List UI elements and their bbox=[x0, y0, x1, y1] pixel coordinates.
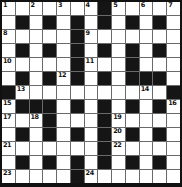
white-cell[interactable] bbox=[2, 72, 15, 85]
white-cell[interactable] bbox=[167, 114, 180, 127]
black-cell bbox=[98, 142, 111, 155]
black-cell bbox=[98, 114, 111, 127]
white-cell[interactable] bbox=[140, 170, 153, 183]
white-cell[interactable] bbox=[167, 58, 180, 71]
white-cell[interactable] bbox=[16, 30, 29, 43]
white-cell[interactable]: 19 bbox=[112, 114, 125, 127]
white-cell[interactable]: 1 bbox=[2, 2, 15, 15]
black-cell bbox=[71, 128, 84, 141]
white-cell[interactable] bbox=[167, 30, 180, 43]
white-cell[interactable]: 16 bbox=[167, 100, 180, 113]
white-cell[interactable] bbox=[112, 44, 125, 57]
white-cell[interactable] bbox=[98, 30, 111, 43]
white-cell[interactable] bbox=[153, 114, 166, 127]
black-cell bbox=[71, 44, 84, 57]
white-cell[interactable] bbox=[140, 30, 153, 43]
white-cell[interactable] bbox=[112, 100, 125, 113]
white-cell[interactable] bbox=[167, 128, 180, 141]
clue-number: 2 bbox=[31, 2, 35, 9]
black-cell bbox=[43, 156, 56, 169]
black-cell bbox=[71, 16, 84, 29]
clue-number: 8 bbox=[3, 30, 7, 37]
white-cell[interactable] bbox=[167, 16, 180, 29]
white-cell[interactable] bbox=[43, 30, 56, 43]
white-cell[interactable] bbox=[153, 142, 166, 155]
white-cell[interactable] bbox=[112, 86, 125, 99]
white-cell[interactable] bbox=[85, 100, 98, 113]
white-cell[interactable] bbox=[30, 58, 43, 71]
white-cell[interactable]: 3 bbox=[57, 2, 70, 15]
white-cell[interactable] bbox=[112, 156, 125, 169]
black-cell bbox=[43, 100, 56, 113]
clue-number: 11 bbox=[86, 58, 94, 65]
white-cell[interactable] bbox=[57, 86, 70, 99]
white-cell[interactable] bbox=[167, 142, 180, 155]
white-cell[interactable] bbox=[30, 30, 43, 43]
white-cell[interactable] bbox=[57, 58, 70, 71]
black-cell bbox=[71, 58, 84, 71]
clue-number: 9 bbox=[86, 30, 90, 37]
white-cell[interactable] bbox=[126, 86, 139, 99]
white-cell[interactable] bbox=[16, 142, 29, 155]
white-cell[interactable] bbox=[85, 86, 98, 99]
white-cell[interactable] bbox=[2, 44, 15, 57]
black-cell bbox=[2, 86, 15, 99]
white-cell[interactable] bbox=[153, 58, 166, 71]
clue-number: 5 bbox=[113, 2, 117, 9]
white-cell[interactable] bbox=[30, 128, 43, 141]
black-cell bbox=[153, 44, 166, 57]
black-cell bbox=[126, 44, 139, 57]
white-cell[interactable] bbox=[167, 72, 180, 85]
clue-number: 16 bbox=[168, 100, 176, 107]
white-cell[interactable] bbox=[30, 16, 43, 29]
white-cell[interactable] bbox=[43, 58, 56, 71]
black-cell bbox=[16, 128, 29, 141]
black-cell bbox=[126, 156, 139, 169]
black-cell bbox=[43, 16, 56, 29]
white-cell[interactable] bbox=[16, 58, 29, 71]
white-cell[interactable] bbox=[30, 170, 43, 183]
white-cell[interactable] bbox=[153, 2, 166, 15]
white-cell[interactable]: 12 bbox=[57, 72, 70, 85]
white-cell[interactable]: 5 bbox=[112, 2, 125, 15]
white-cell[interactable] bbox=[140, 58, 153, 71]
white-cell[interactable] bbox=[98, 86, 111, 99]
white-cell[interactable] bbox=[153, 170, 166, 183]
white-cell[interactable] bbox=[16, 170, 29, 183]
white-cell[interactable]: 7 bbox=[167, 2, 180, 15]
white-cell[interactable] bbox=[43, 2, 56, 15]
clue-number: 17 bbox=[3, 114, 11, 121]
white-cell[interactable]: 23 bbox=[2, 170, 15, 183]
black-cell bbox=[126, 72, 139, 85]
black-cell bbox=[71, 100, 84, 113]
white-cell[interactable] bbox=[85, 16, 98, 29]
white-cell[interactable] bbox=[126, 2, 139, 15]
white-cell[interactable] bbox=[30, 44, 43, 57]
white-cell[interactable] bbox=[71, 114, 84, 127]
clue-number: 18 bbox=[31, 114, 39, 121]
white-cell[interactable]: 24 bbox=[85, 170, 98, 183]
white-cell[interactable] bbox=[43, 170, 56, 183]
clue-number: 6 bbox=[141, 2, 145, 9]
clue-number: 14 bbox=[141, 86, 149, 93]
black-cell bbox=[126, 58, 139, 71]
white-cell[interactable] bbox=[140, 16, 153, 29]
clue-number: 15 bbox=[3, 100, 11, 107]
white-cell[interactable] bbox=[57, 170, 70, 183]
white-cell[interactable] bbox=[140, 156, 153, 169]
white-cell[interactable]: 10 bbox=[2, 58, 15, 71]
black-cell bbox=[126, 100, 139, 113]
white-cell[interactable] bbox=[98, 170, 111, 183]
white-cell[interactable] bbox=[30, 142, 43, 155]
white-cell[interactable] bbox=[140, 142, 153, 155]
crossword-screenshot: 123456789101112131415161718192021222324 bbox=[0, 0, 182, 187]
white-cell[interactable] bbox=[57, 100, 70, 113]
clue-number: 23 bbox=[3, 170, 11, 177]
white-cell[interactable] bbox=[112, 58, 125, 71]
black-cell bbox=[16, 156, 29, 169]
clue-number: 20 bbox=[113, 128, 121, 135]
white-cell[interactable] bbox=[112, 30, 125, 43]
black-cell bbox=[98, 2, 111, 15]
black-cell bbox=[71, 30, 84, 43]
white-cell[interactable] bbox=[85, 114, 98, 127]
white-cell[interactable] bbox=[126, 170, 139, 183]
white-cell[interactable] bbox=[126, 142, 139, 155]
black-cell bbox=[98, 128, 111, 141]
clue-number: 24 bbox=[86, 170, 94, 177]
black-cell bbox=[30, 100, 43, 113]
white-cell[interactable] bbox=[140, 128, 153, 141]
black-cell bbox=[71, 156, 84, 169]
white-cell[interactable]: 4 bbox=[85, 2, 98, 15]
white-cell[interactable] bbox=[126, 30, 139, 43]
clue-number: 1 bbox=[3, 2, 7, 9]
black-cell bbox=[153, 100, 166, 113]
black-cell bbox=[153, 128, 166, 141]
white-cell[interactable]: 22 bbox=[112, 142, 125, 155]
white-cell[interactable] bbox=[140, 100, 153, 113]
white-cell[interactable] bbox=[30, 86, 43, 99]
white-cell[interactable] bbox=[16, 2, 29, 15]
white-cell[interactable] bbox=[112, 170, 125, 183]
white-cell[interactable] bbox=[85, 128, 98, 141]
white-cell[interactable]: 17 bbox=[2, 114, 15, 127]
white-cell[interactable] bbox=[2, 128, 15, 141]
black-cell bbox=[16, 72, 29, 85]
white-cell[interactable]: 18 bbox=[30, 114, 43, 127]
crossword-grid: 123456789101112131415161718192021222324 bbox=[0, 0, 182, 187]
white-cell[interactable] bbox=[30, 156, 43, 169]
white-cell[interactable] bbox=[153, 86, 166, 99]
white-cell[interactable] bbox=[85, 44, 98, 57]
clue-number: 3 bbox=[58, 2, 62, 9]
black-cell bbox=[140, 72, 153, 85]
black-cell bbox=[71, 72, 84, 85]
black-cell bbox=[98, 72, 111, 85]
clue-number: 13 bbox=[17, 86, 25, 93]
white-cell[interactable] bbox=[43, 86, 56, 99]
black-cell bbox=[43, 128, 56, 141]
black-cell bbox=[126, 16, 139, 29]
white-cell[interactable]: 11 bbox=[85, 58, 98, 71]
black-cell bbox=[43, 114, 56, 127]
white-cell[interactable] bbox=[57, 114, 70, 127]
white-cell[interactable] bbox=[85, 156, 98, 169]
white-cell[interactable] bbox=[85, 142, 98, 155]
white-cell[interactable] bbox=[140, 114, 153, 127]
clue-number: 19 bbox=[113, 114, 121, 121]
white-cell[interactable]: 2 bbox=[30, 2, 43, 15]
white-cell[interactable]: 9 bbox=[85, 30, 98, 43]
white-cell[interactable] bbox=[85, 72, 98, 85]
black-cell bbox=[16, 16, 29, 29]
white-cell[interactable] bbox=[167, 44, 180, 57]
black-cell bbox=[98, 44, 111, 57]
white-cell[interactable]: 8 bbox=[2, 30, 15, 43]
white-cell[interactable] bbox=[57, 16, 70, 29]
white-cell[interactable] bbox=[57, 30, 70, 43]
white-cell[interactable] bbox=[30, 72, 43, 85]
white-cell[interactable] bbox=[71, 142, 84, 155]
white-cell[interactable]: 21 bbox=[2, 142, 15, 155]
white-cell[interactable]: 13 bbox=[16, 86, 29, 99]
white-cell[interactable] bbox=[57, 128, 70, 141]
white-cell[interactable] bbox=[126, 114, 139, 127]
white-cell[interactable] bbox=[112, 72, 125, 85]
clue-number: 22 bbox=[113, 142, 121, 149]
black-cell bbox=[98, 16, 111, 29]
white-cell[interactable] bbox=[98, 58, 111, 71]
white-cell[interactable] bbox=[140, 44, 153, 57]
white-cell[interactable]: 15 bbox=[2, 100, 15, 113]
black-cell bbox=[153, 156, 166, 169]
black-cell bbox=[16, 100, 29, 113]
white-cell[interactable] bbox=[112, 16, 125, 29]
black-cell bbox=[126, 128, 139, 141]
clue-number: 12 bbox=[58, 72, 66, 79]
white-cell[interactable] bbox=[57, 142, 70, 155]
white-cell[interactable] bbox=[71, 86, 84, 99]
clue-number: 21 bbox=[3, 142, 11, 149]
white-cell[interactable] bbox=[153, 30, 166, 43]
white-cell[interactable]: 14 bbox=[140, 86, 153, 99]
black-cell bbox=[43, 72, 56, 85]
white-cell[interactable] bbox=[43, 142, 56, 155]
clue-number: 10 bbox=[3, 58, 11, 65]
black-cell bbox=[16, 44, 29, 57]
clue-number: 4 bbox=[86, 2, 90, 9]
black-cell bbox=[167, 86, 180, 99]
white-cell[interactable] bbox=[57, 156, 70, 169]
white-cell[interactable] bbox=[167, 156, 180, 169]
white-cell[interactable]: 6 bbox=[140, 2, 153, 15]
black-cell bbox=[153, 72, 166, 85]
white-cell[interactable]: 20 bbox=[112, 128, 125, 141]
clue-number: 7 bbox=[168, 2, 172, 9]
white-cell[interactable] bbox=[2, 16, 15, 29]
white-cell[interactable] bbox=[71, 2, 84, 15]
white-cell[interactable] bbox=[167, 170, 180, 183]
black-cell bbox=[43, 44, 56, 57]
black-cell bbox=[98, 100, 111, 113]
white-cell[interactable] bbox=[2, 156, 15, 169]
white-cell[interactable] bbox=[57, 44, 70, 57]
white-cell[interactable] bbox=[16, 114, 29, 127]
black-cell bbox=[153, 16, 166, 29]
black-cell bbox=[71, 170, 84, 183]
black-cell bbox=[98, 156, 111, 169]
